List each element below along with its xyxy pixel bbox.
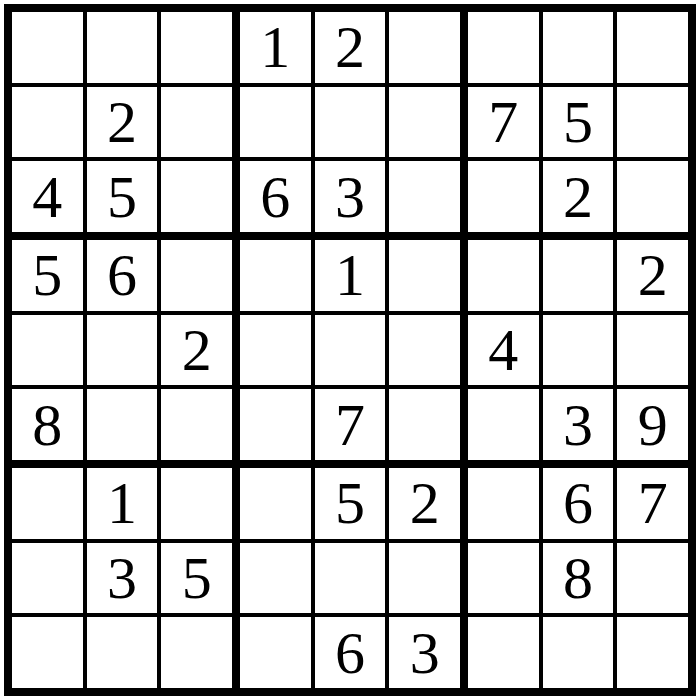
box-1-3: 752 (468, 12, 688, 232)
cell-r3c8: 2 (543, 161, 614, 232)
cell-r5c6[interactable] (389, 315, 460, 386)
cell-r3c2: 5 (87, 161, 158, 232)
cell-r5c8[interactable] (543, 315, 614, 386)
cell-r5c7: 4 (468, 315, 539, 386)
cell-r1c8[interactable] (543, 12, 614, 83)
cell-r7c5: 5 (315, 468, 386, 539)
cell-r9c4[interactable] (240, 617, 311, 688)
cell-r9c7[interactable] (468, 617, 539, 688)
cell-r3c3[interactable] (161, 161, 232, 232)
cell-r5c2[interactable] (87, 315, 158, 386)
box-1-1: 245 (12, 12, 232, 232)
cell-r9c8[interactable] (543, 617, 614, 688)
cell-r7c6: 2 (389, 468, 460, 539)
cell-r8c7[interactable] (468, 543, 539, 614)
cell-r7c9: 7 (617, 468, 688, 539)
cell-r2c7: 7 (468, 87, 539, 158)
cell-r9c3[interactable] (161, 617, 232, 688)
cell-r1c6[interactable] (389, 12, 460, 83)
cell-r8c5[interactable] (315, 543, 386, 614)
cell-r2c5[interactable] (315, 87, 386, 158)
cell-r7c4[interactable] (240, 468, 311, 539)
cell-r3c5: 3 (315, 161, 386, 232)
cell-r6c1: 8 (12, 389, 83, 460)
cell-r6c5: 7 (315, 389, 386, 460)
cell-r7c8: 6 (543, 468, 614, 539)
cell-r8c2: 3 (87, 543, 158, 614)
cell-r1c5: 2 (315, 12, 386, 83)
cell-r9c5: 6 (315, 617, 386, 688)
cell-r1c4: 1 (240, 12, 311, 83)
cell-r3c9[interactable] (617, 161, 688, 232)
cell-r5c5[interactable] (315, 315, 386, 386)
cell-r5c4[interactable] (240, 315, 311, 386)
cell-r7c1[interactable] (12, 468, 83, 539)
cell-r2c6[interactable] (389, 87, 460, 158)
box-2-2: 17 (240, 240, 460, 460)
cell-r7c7[interactable] (468, 468, 539, 539)
cell-r4c9: 2 (617, 240, 688, 311)
cell-r2c3[interactable] (161, 87, 232, 158)
cell-r5c3: 2 (161, 315, 232, 386)
cell-r9c9[interactable] (617, 617, 688, 688)
cell-r4c2: 6 (87, 240, 158, 311)
cell-r9c6: 3 (389, 617, 460, 688)
box-3-2: 5263 (240, 468, 460, 688)
cell-r4c8[interactable] (543, 240, 614, 311)
cell-r3c7[interactable] (468, 161, 539, 232)
cell-r8c9[interactable] (617, 543, 688, 614)
cell-r5c1[interactable] (12, 315, 83, 386)
cell-r1c1[interactable] (12, 12, 83, 83)
box-2-1: 5628 (12, 240, 232, 460)
cell-r2c9[interactable] (617, 87, 688, 158)
cell-r6c6[interactable] (389, 389, 460, 460)
box-3-1: 135 (12, 468, 232, 688)
box-3-3: 678 (468, 468, 688, 688)
cell-r4c3[interactable] (161, 240, 232, 311)
cell-r3c4: 6 (240, 161, 311, 232)
cell-r4c1: 5 (12, 240, 83, 311)
cell-r6c4[interactable] (240, 389, 311, 460)
cell-r6c3[interactable] (161, 389, 232, 460)
cell-r2c1[interactable] (12, 87, 83, 158)
cell-r6c8: 3 (543, 389, 614, 460)
cell-r1c7[interactable] (468, 12, 539, 83)
cell-r9c2[interactable] (87, 617, 158, 688)
cell-r5c9[interactable] (617, 315, 688, 386)
cell-r4c7[interactable] (468, 240, 539, 311)
cell-r1c9[interactable] (617, 12, 688, 83)
cell-r2c8: 5 (543, 87, 614, 158)
sudoku-board: 245126375256281724391355263678 (4, 4, 696, 696)
box-2-3: 2439 (468, 240, 688, 460)
cell-r7c2: 1 (87, 468, 158, 539)
cell-r8c6[interactable] (389, 543, 460, 614)
cell-r9c1[interactable] (12, 617, 83, 688)
box-1-2: 1263 (240, 12, 460, 232)
cell-r6c2[interactable] (87, 389, 158, 460)
cell-r8c1[interactable] (12, 543, 83, 614)
cell-r8c8: 8 (543, 543, 614, 614)
cell-r4c5: 1 (315, 240, 386, 311)
cell-r1c3[interactable] (161, 12, 232, 83)
cell-r8c4[interactable] (240, 543, 311, 614)
cell-r1c2[interactable] (87, 12, 158, 83)
cell-r4c4[interactable] (240, 240, 311, 311)
cell-r8c3: 5 (161, 543, 232, 614)
cell-r3c6[interactable] (389, 161, 460, 232)
cell-r6c7[interactable] (468, 389, 539, 460)
cell-r7c3[interactable] (161, 468, 232, 539)
cell-r3c1: 4 (12, 161, 83, 232)
cell-r4c6[interactable] (389, 240, 460, 311)
cell-r2c2: 2 (87, 87, 158, 158)
page: 245126375256281724391355263678 (0, 0, 700, 700)
cell-r2c4[interactable] (240, 87, 311, 158)
cell-r6c9: 9 (617, 389, 688, 460)
